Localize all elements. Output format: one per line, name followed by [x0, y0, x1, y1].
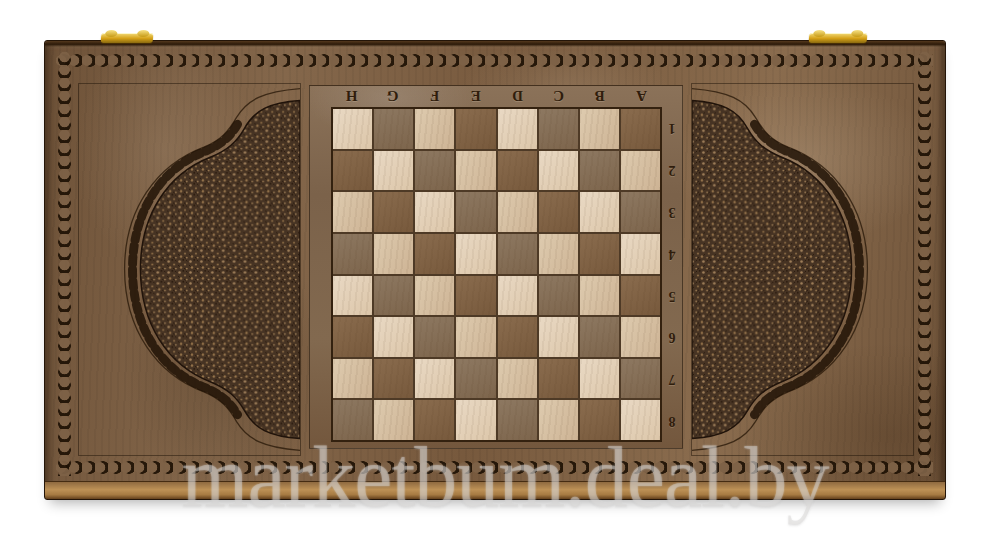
board-square [456, 109, 495, 149]
product-photo: ABCDEFGH 12345678 marketbum.deal.by [0, 0, 1000, 556]
rank-label: 3 [662, 191, 682, 233]
board-square [539, 317, 578, 357]
rope-border-top [56, 52, 933, 69]
rank-labels: 12345678 [662, 107, 682, 442]
board-square [333, 192, 372, 232]
board-square [456, 317, 495, 357]
mihrab-arch-carving-icon [79, 84, 300, 455]
board-square [374, 192, 413, 232]
board-square [498, 234, 537, 274]
board-square [621, 276, 660, 316]
file-label: B [579, 86, 620, 106]
rank-label: 5 [662, 275, 682, 317]
board-square [415, 192, 454, 232]
board-square [580, 317, 619, 357]
board-square [374, 151, 413, 191]
board-square [621, 192, 660, 232]
board-square [498, 317, 537, 357]
rank-label: 6 [662, 316, 682, 358]
board-square [498, 151, 537, 191]
board-square [333, 276, 372, 316]
board-square [415, 151, 454, 191]
board-square [333, 400, 372, 440]
board-square [456, 276, 495, 316]
board-square [498, 400, 537, 440]
board-square [498, 359, 537, 399]
board-square [456, 151, 495, 191]
board-square [580, 359, 619, 399]
file-labels: ABCDEFGH [331, 86, 662, 106]
board-square [374, 317, 413, 357]
rank-label: 8 [662, 400, 682, 442]
brass-hinge-right-icon [809, 33, 868, 43]
board-square [580, 400, 619, 440]
board-square [333, 359, 372, 399]
board-square [333, 151, 372, 191]
board-square [415, 317, 454, 357]
file-label: G [372, 86, 413, 106]
board-square [580, 192, 619, 232]
board-square [621, 109, 660, 149]
board-square [539, 276, 578, 316]
board-square [333, 109, 372, 149]
board-square [415, 400, 454, 440]
board-square [374, 109, 413, 149]
board-square [539, 359, 578, 399]
board-square [621, 151, 660, 191]
mihrab-arch-carving-icon [692, 84, 913, 455]
board-square [621, 359, 660, 399]
board-square [333, 234, 372, 274]
board-square [415, 234, 454, 274]
board-square [539, 192, 578, 232]
board-square [456, 359, 495, 399]
board-square [621, 317, 660, 357]
board-square [539, 234, 578, 274]
file-label: F [414, 86, 455, 106]
board-square [498, 192, 537, 232]
board-square [333, 317, 372, 357]
file-label: D [497, 86, 538, 106]
board-square [539, 151, 578, 191]
board-square [415, 109, 454, 149]
board-square [415, 359, 454, 399]
board-square [580, 151, 619, 191]
board-square [580, 234, 619, 274]
board-square [374, 276, 413, 316]
board-square [374, 234, 413, 274]
file-label: H [331, 86, 372, 106]
board-square [456, 192, 495, 232]
board-square [580, 276, 619, 316]
rank-label: 2 [662, 149, 682, 191]
board-square [456, 234, 495, 274]
board-square [415, 276, 454, 316]
rank-label: 4 [662, 233, 682, 275]
carved-panel-right [691, 83, 914, 456]
carved-panel-left [78, 83, 301, 456]
wooden-chess-box: ABCDEFGH 12345678 [44, 40, 946, 500]
brass-hinge-left-icon [101, 33, 154, 43]
board-square [621, 234, 660, 274]
chess-board [331, 107, 662, 442]
rope-border-left [56, 52, 73, 476]
board-square [498, 109, 537, 149]
board-square [456, 400, 495, 440]
rank-label: 7 [662, 358, 682, 400]
board-square [498, 276, 537, 316]
board-square [539, 400, 578, 440]
file-label: E [455, 86, 496, 106]
board-square [374, 400, 413, 440]
board-square [580, 109, 619, 149]
rope-border-bottom [56, 459, 933, 476]
rank-label: 1 [662, 107, 682, 149]
chess-panel: ABCDEFGH 12345678 [309, 85, 683, 449]
board-square [621, 400, 660, 440]
rope-border-right [916, 52, 933, 476]
file-label: C [538, 86, 579, 106]
board-square [539, 109, 578, 149]
board-square [374, 359, 413, 399]
file-label: A [621, 86, 662, 106]
